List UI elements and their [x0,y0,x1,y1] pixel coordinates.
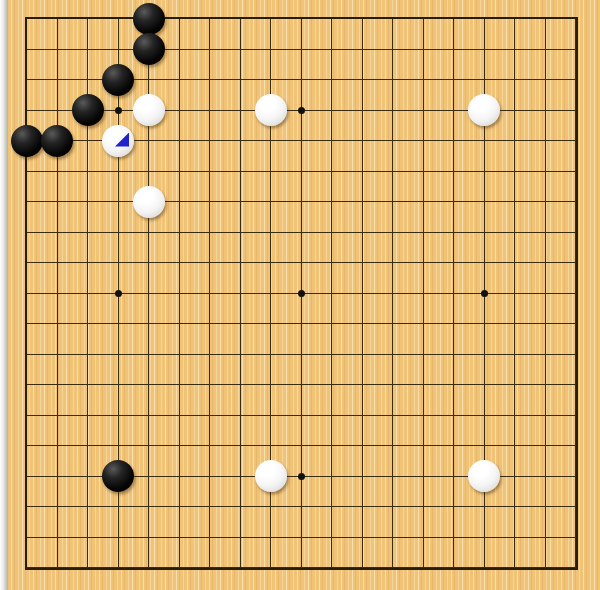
board-point[interactable] [560,186,591,217]
board-point[interactable] [255,156,286,187]
board-point[interactable] [225,186,256,217]
board-point[interactable] [286,400,317,431]
board-point[interactable] [530,400,561,431]
board-point[interactable] [469,491,500,522]
board-point[interactable] [194,400,225,431]
board-point[interactable] [286,491,317,522]
board-point[interactable] [377,34,408,65]
board-point[interactable] [194,461,225,492]
board-point[interactable] [377,400,408,431]
board-point[interactable] [377,125,408,156]
board-point[interactable] [255,308,286,339]
board-point[interactable] [194,186,225,217]
board-point[interactable] [469,461,500,492]
board-point[interactable] [103,339,134,370]
board-point[interactable] [42,3,73,34]
board-point[interactable] [286,34,317,65]
board-point[interactable] [530,217,561,248]
board-point[interactable] [377,430,408,461]
board-point[interactable] [469,95,500,126]
board-point[interactable] [72,95,103,126]
board-point[interactable] [469,339,500,370]
board-point[interactable] [42,95,73,126]
board-point[interactable] [42,308,73,339]
board-point[interactable] [377,369,408,400]
board-point[interactable] [560,552,591,583]
board-point[interactable] [469,3,500,34]
board-point[interactable] [560,95,591,126]
board-point[interactable] [438,64,469,95]
board-point[interactable] [438,125,469,156]
board-point[interactable] [347,461,378,492]
board-point[interactable] [499,34,530,65]
board-point[interactable] [499,95,530,126]
board-point[interactable] [316,430,347,461]
board-point[interactable] [164,339,195,370]
board-point[interactable] [11,125,42,156]
board-point[interactable] [347,491,378,522]
board-point[interactable] [72,247,103,278]
board-point[interactable] [11,400,42,431]
board-point[interactable] [72,400,103,431]
board-point[interactable] [103,491,134,522]
board-point[interactable] [316,3,347,34]
board-point[interactable] [438,95,469,126]
board-point[interactable] [72,125,103,156]
board-point[interactable] [560,3,591,34]
board-point[interactable] [255,491,286,522]
board-point[interactable] [499,3,530,34]
board-point[interactable] [11,369,42,400]
board-point[interactable] [408,339,439,370]
board-point[interactable] [408,552,439,583]
board-point[interactable] [347,369,378,400]
board-point[interactable] [347,217,378,248]
board-point[interactable] [316,278,347,309]
board-point[interactable] [103,369,134,400]
board-point[interactable] [194,95,225,126]
board-point[interactable] [42,369,73,400]
board-point[interactable] [408,125,439,156]
board-point[interactable] [438,491,469,522]
board-point[interactable] [499,156,530,187]
board-point[interactable] [11,278,42,309]
board-point[interactable] [560,247,591,278]
board-point[interactable] [347,95,378,126]
board-point[interactable] [377,247,408,278]
board-point[interactable] [133,430,164,461]
board-point[interactable] [72,491,103,522]
board-point[interactable] [438,552,469,583]
board-point[interactable] [42,34,73,65]
board-point[interactable] [377,64,408,95]
board-point[interactable] [286,95,317,126]
board-point[interactable] [530,64,561,95]
board-point[interactable] [164,552,195,583]
board-point[interactable] [530,491,561,522]
board-point[interactable] [347,339,378,370]
board-point[interactable] [286,308,317,339]
board-point[interactable] [286,64,317,95]
board-point[interactable] [377,522,408,553]
board-point[interactable] [286,3,317,34]
board-point[interactable] [164,95,195,126]
board-point[interactable] [347,430,378,461]
board-point[interactable] [377,186,408,217]
board-point[interactable] [499,186,530,217]
board-point[interactable] [560,339,591,370]
board-point[interactable] [469,64,500,95]
board-point[interactable] [499,369,530,400]
board-point[interactable] [255,430,286,461]
board-point[interactable] [225,552,256,583]
board-point[interactable] [103,247,134,278]
board-point[interactable] [194,308,225,339]
board-point[interactable] [255,34,286,65]
board-point[interactable] [560,64,591,95]
board-point[interactable] [560,461,591,492]
board-point[interactable] [286,461,317,492]
board-point[interactable] [103,156,134,187]
board-point[interactable] [530,247,561,278]
board-point[interactable] [103,522,134,553]
board-point[interactable] [164,522,195,553]
board-point[interactable] [499,461,530,492]
board-point[interactable] [469,278,500,309]
board-point[interactable] [42,64,73,95]
board-point[interactable] [225,125,256,156]
board-point[interactable] [133,552,164,583]
board-point[interactable] [469,522,500,553]
board-point[interactable] [377,491,408,522]
board-point[interactable] [103,95,134,126]
board-point[interactable] [103,64,134,95]
board-point[interactable] [316,552,347,583]
board-point[interactable] [164,491,195,522]
board-point[interactable] [133,278,164,309]
board-point[interactable] [408,400,439,431]
board-point[interactable] [377,278,408,309]
board-point[interactable] [194,34,225,65]
board-point[interactable] [286,552,317,583]
board-point[interactable] [225,278,256,309]
board-point[interactable] [499,522,530,553]
board-point[interactable] [408,491,439,522]
board-point[interactable] [72,3,103,34]
board-point[interactable] [255,125,286,156]
board-point[interactable] [408,95,439,126]
board-point[interactable] [42,125,73,156]
board-point[interactable] [286,430,317,461]
board-point[interactable] [286,247,317,278]
board-point[interactable] [42,339,73,370]
board-point[interactable] [164,217,195,248]
board-point[interactable] [499,125,530,156]
board-point[interactable] [225,156,256,187]
board-point[interactable] [560,491,591,522]
board-point[interactable] [255,64,286,95]
board-point[interactable] [225,430,256,461]
board-point[interactable] [377,461,408,492]
board-point[interactable] [225,308,256,339]
board-point[interactable] [560,522,591,553]
board-point[interactable] [560,34,591,65]
board-point[interactable] [469,217,500,248]
board-point[interactable] [194,430,225,461]
board-point[interactable] [438,34,469,65]
board-point[interactable] [133,247,164,278]
board-point[interactable] [194,3,225,34]
board-point[interactable] [316,186,347,217]
board-point[interactable] [255,186,286,217]
board-point[interactable] [316,369,347,400]
board-point[interactable] [560,125,591,156]
board-point[interactable] [72,217,103,248]
board-point[interactable] [11,156,42,187]
board-point[interactable] [164,461,195,492]
board-point[interactable] [194,64,225,95]
board-point[interactable] [499,400,530,431]
board-point[interactable] [255,552,286,583]
board-point[interactable] [255,400,286,431]
board-point[interactable] [316,308,347,339]
board-point[interactable] [194,156,225,187]
board-point[interactable] [286,156,317,187]
board-point[interactable] [103,400,134,431]
board-point[interactable] [286,278,317,309]
board-point[interactable] [164,156,195,187]
board-point[interactable] [164,278,195,309]
board-point[interactable] [530,34,561,65]
board-point[interactable] [11,552,42,583]
board-point[interactable] [42,461,73,492]
board-point[interactable] [11,3,42,34]
board-point[interactable] [225,247,256,278]
board-point[interactable] [530,522,561,553]
board-point[interactable] [133,217,164,248]
board-point[interactable] [469,400,500,431]
board-point[interactable] [72,308,103,339]
board-point[interactable] [133,3,164,34]
board-point[interactable] [347,64,378,95]
board-point[interactable] [225,522,256,553]
board-point[interactable] [560,369,591,400]
board-point[interactable] [377,308,408,339]
board-point[interactable] [438,522,469,553]
board-point[interactable] [255,522,286,553]
board-point[interactable] [316,125,347,156]
board-point[interactable] [316,491,347,522]
board-point[interactable] [377,3,408,34]
board-point[interactable] [438,186,469,217]
board-point[interactable] [72,552,103,583]
board-point[interactable] [225,461,256,492]
board-point[interactable] [286,522,317,553]
board-point[interactable] [164,3,195,34]
board-point[interactable] [11,247,42,278]
board-point[interactable] [164,64,195,95]
board-point[interactable] [11,491,42,522]
board-point[interactable] [164,308,195,339]
board-point[interactable] [408,278,439,309]
board-point[interactable] [103,308,134,339]
board-point[interactable] [164,125,195,156]
board-point[interactable] [438,3,469,34]
board-point[interactable] [164,369,195,400]
board-point[interactable] [72,369,103,400]
board-point[interactable] [42,400,73,431]
board-point[interactable] [530,95,561,126]
board-point[interactable] [11,186,42,217]
board-point[interactable] [530,186,561,217]
board-point[interactable] [499,64,530,95]
board-point[interactable] [316,400,347,431]
board-point[interactable] [347,522,378,553]
board-point[interactable] [408,34,439,65]
board-point[interactable] [286,125,317,156]
board-point[interactable] [225,400,256,431]
board-point[interactable] [133,522,164,553]
board-point[interactable] [164,400,195,431]
board-point[interactable] [42,186,73,217]
board-point[interactable] [560,308,591,339]
board-point[interactable] [11,430,42,461]
board-point[interactable] [499,308,530,339]
board-point[interactable] [377,156,408,187]
board-point[interactable] [42,217,73,248]
board-point[interactable] [164,34,195,65]
board-point[interactable] [225,3,256,34]
board-point[interactable] [469,430,500,461]
board-point[interactable] [225,369,256,400]
board-point[interactable] [11,308,42,339]
board-point[interactable] [103,3,134,34]
board-point[interactable] [316,522,347,553]
board-point[interactable] [438,156,469,187]
board-point[interactable] [194,522,225,553]
board-point[interactable] [164,186,195,217]
board-point[interactable] [560,430,591,461]
board-point[interactable] [72,156,103,187]
board-point[interactable] [133,34,164,65]
board-point[interactable] [255,217,286,248]
board-point[interactable] [377,552,408,583]
board-point[interactable] [133,491,164,522]
board-point[interactable] [530,430,561,461]
board-point[interactable] [133,125,164,156]
board-point[interactable] [438,461,469,492]
board-point[interactable] [72,461,103,492]
board-point[interactable] [347,278,378,309]
board-point[interactable] [42,247,73,278]
board-point[interactable] [316,95,347,126]
board-point[interactable] [103,34,134,65]
board-point[interactable] [164,430,195,461]
board-point[interactable] [530,369,561,400]
board-point[interactable] [72,430,103,461]
board-point[interactable] [438,430,469,461]
board-point[interactable] [347,34,378,65]
board-point[interactable] [408,156,439,187]
board-point[interactable] [194,369,225,400]
board-point[interactable] [530,308,561,339]
board-point[interactable] [347,400,378,431]
board-point[interactable] [133,461,164,492]
board-point[interactable] [42,552,73,583]
board-point[interactable] [530,125,561,156]
board-point[interactable] [347,156,378,187]
board-point[interactable] [560,400,591,431]
board-point[interactable] [469,125,500,156]
board-point[interactable] [42,156,73,187]
board-point[interactable] [499,278,530,309]
board-point[interactable] [133,64,164,95]
board-point[interactable] [103,430,134,461]
board-point[interactable] [11,461,42,492]
board-point[interactable] [560,156,591,187]
board-point[interactable] [347,186,378,217]
board-point[interactable] [408,186,439,217]
board-point[interactable] [194,491,225,522]
board-point[interactable] [316,339,347,370]
board-point[interactable] [72,186,103,217]
board-point[interactable] [530,156,561,187]
board-point[interactable] [499,430,530,461]
board-point[interactable] [408,217,439,248]
board-point[interactable] [286,369,317,400]
board-point[interactable] [316,461,347,492]
board-point[interactable] [438,369,469,400]
board-point[interactable] [286,217,317,248]
board-point[interactable] [408,247,439,278]
board-point[interactable] [133,186,164,217]
board-point[interactable] [225,339,256,370]
board-point[interactable] [438,339,469,370]
board-point[interactable] [408,64,439,95]
board-point[interactable] [255,369,286,400]
board-point[interactable] [103,217,134,248]
board-point[interactable] [560,278,591,309]
board-point[interactable] [530,461,561,492]
board-point[interactable] [469,247,500,278]
board-point[interactable] [316,34,347,65]
board-point[interactable] [103,552,134,583]
board-point[interactable] [286,339,317,370]
board-point[interactable] [499,247,530,278]
board-point[interactable] [133,369,164,400]
board-point[interactable] [469,186,500,217]
board-point[interactable] [42,278,73,309]
board-point[interactable] [255,247,286,278]
board-point[interactable] [316,156,347,187]
board-point[interactable] [72,339,103,370]
board-point[interactable] [499,491,530,522]
board-point[interactable] [133,95,164,126]
board-point[interactable] [347,308,378,339]
board-point[interactable] [408,369,439,400]
board-point[interactable] [408,308,439,339]
board-point[interactable] [499,552,530,583]
board-point[interactable] [438,308,469,339]
board-point[interactable] [72,64,103,95]
board-point[interactable] [72,278,103,309]
board-point[interactable] [408,522,439,553]
board-point[interactable] [255,339,286,370]
board-point[interactable] [255,461,286,492]
board-point[interactable] [530,339,561,370]
board-point[interactable] [469,34,500,65]
board-point[interactable] [255,95,286,126]
